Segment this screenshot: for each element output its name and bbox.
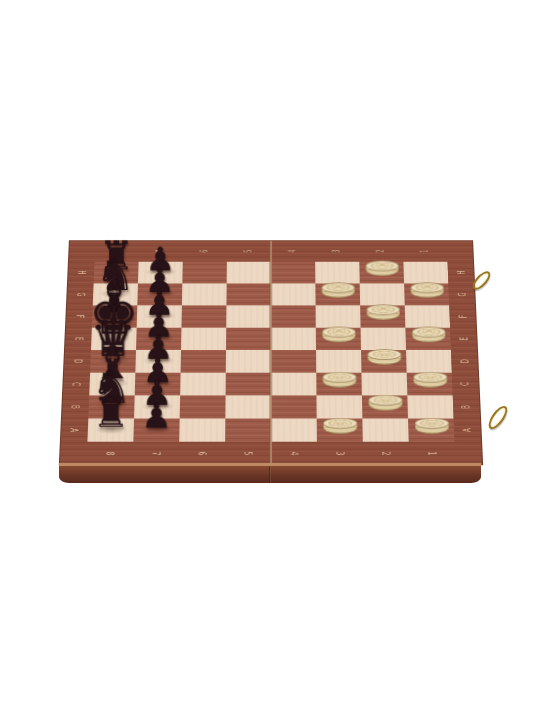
square-a6 bbox=[179, 419, 225, 442]
square-c2 bbox=[361, 373, 407, 396]
checker-piece-a3 bbox=[322, 418, 357, 434]
square-b3 bbox=[316, 395, 362, 418]
rank-label-near-2: 2 bbox=[363, 442, 410, 465]
square-d4 bbox=[271, 350, 316, 373]
checker-piece-c3 bbox=[322, 372, 356, 388]
square-g6 bbox=[182, 283, 227, 305]
file-label-right-B: B bbox=[453, 395, 480, 418]
file-label-right-G: G bbox=[448, 283, 475, 305]
checker-piece-e3 bbox=[321, 327, 355, 343]
square-e6 bbox=[181, 328, 226, 350]
square-h6 bbox=[182, 262, 227, 284]
checker-piece-c1 bbox=[413, 372, 447, 388]
rank-label-far-4: 4 bbox=[271, 241, 315, 262]
square-b4 bbox=[271, 395, 317, 418]
square-a4 bbox=[271, 419, 317, 442]
file-label-right-D: D bbox=[451, 350, 478, 373]
file-label-right-A: A bbox=[454, 419, 481, 442]
square-b6 bbox=[180, 395, 226, 418]
square-h5 bbox=[227, 262, 271, 284]
checker-piece-a1 bbox=[414, 418, 449, 434]
file-label-right-E: E bbox=[450, 328, 477, 350]
rank-label-near-4: 4 bbox=[271, 442, 317, 465]
checker-top bbox=[414, 418, 449, 429]
square-h1 bbox=[403, 262, 448, 284]
rank-label-near-1: 1 bbox=[409, 442, 456, 465]
file-label-right-F: F bbox=[449, 305, 476, 327]
square-b1 bbox=[407, 395, 453, 418]
square-f4 bbox=[271, 305, 316, 327]
checker-piece-d2 bbox=[367, 349, 401, 365]
square-c5 bbox=[226, 373, 271, 396]
square-d6 bbox=[181, 350, 226, 373]
square-a2 bbox=[362, 419, 408, 442]
front-fold-seam bbox=[269, 466, 271, 483]
square-e2 bbox=[361, 328, 406, 350]
rank-label-near-8: 8 bbox=[87, 442, 134, 465]
square-c4 bbox=[271, 373, 316, 396]
checker-piece-g3 bbox=[321, 282, 355, 298]
checker-piece-g1 bbox=[410, 282, 444, 298]
square-a5 bbox=[225, 419, 271, 442]
square-b5 bbox=[225, 395, 271, 418]
board-front-edge bbox=[59, 463, 481, 483]
square-d1 bbox=[406, 350, 452, 373]
file-label-right-H: H bbox=[448, 262, 474, 284]
file-label-left-A: A bbox=[61, 419, 88, 442]
square-f6 bbox=[181, 305, 226, 327]
rank-label-near-5: 5 bbox=[225, 442, 271, 465]
file-label-right-C: C bbox=[452, 373, 479, 396]
rank-label-far-6: 6 bbox=[183, 241, 227, 262]
checker-top bbox=[321, 327, 355, 338]
chess-piece-pawn-a7: ♟ bbox=[134, 361, 180, 432]
checker-top bbox=[413, 372, 447, 383]
rank-label-near-7: 7 bbox=[133, 442, 180, 465]
square-h3 bbox=[315, 262, 360, 284]
square-h4 bbox=[271, 262, 315, 284]
square-e4 bbox=[271, 328, 316, 350]
rank-label-far-5: 5 bbox=[227, 241, 271, 262]
rank-label-near-6: 6 bbox=[179, 442, 225, 465]
square-d3 bbox=[316, 350, 361, 373]
square-e5 bbox=[226, 328, 271, 350]
checker-piece-h2 bbox=[365, 260, 398, 276]
square-f1 bbox=[405, 305, 450, 327]
checker-top bbox=[366, 304, 400, 315]
checker-top bbox=[411, 327, 445, 338]
rank-label-far-2: 2 bbox=[359, 241, 404, 262]
brass-clasp-icon bbox=[486, 403, 511, 432]
checker-top bbox=[410, 282, 444, 293]
checker-piece-b2 bbox=[368, 395, 402, 411]
rank-label-far-3: 3 bbox=[315, 241, 359, 262]
rank-label-near-3: 3 bbox=[317, 442, 363, 465]
board: HHGGFFEEDDCCBBAA8877665544332211♜♞♝♛♚♝♞♜… bbox=[59, 240, 483, 465]
square-g4 bbox=[271, 283, 316, 305]
file-label-left-C: C bbox=[63, 373, 90, 396]
chess-piece-glyph: ♜ bbox=[92, 393, 128, 432]
square-f3 bbox=[316, 305, 361, 327]
square-d5 bbox=[226, 350, 271, 373]
square-c6 bbox=[180, 373, 226, 396]
checker-top bbox=[322, 418, 357, 429]
square-g2 bbox=[360, 283, 405, 305]
rank-label-far-1: 1 bbox=[403, 241, 448, 262]
checker-top bbox=[368, 395, 402, 406]
checker-piece-e1 bbox=[411, 327, 445, 343]
checker-top bbox=[367, 349, 401, 360]
board-fold-seam bbox=[269, 241, 272, 465]
checker-top bbox=[321, 282, 355, 293]
file-label-left-B: B bbox=[62, 395, 89, 418]
square-f5 bbox=[226, 305, 271, 327]
checker-top bbox=[322, 372, 356, 383]
checker-top bbox=[365, 260, 398, 271]
chess-piece-glyph: ♟ bbox=[141, 400, 171, 432]
chess-piece-rook-a8: ♜ bbox=[88, 361, 134, 432]
square-g5 bbox=[226, 283, 271, 305]
product-photo: HHGGFFEEDDCCBBAA8877665544332211♜♞♝♛♚♝♞♜… bbox=[0, 0, 540, 720]
checker-piece-f2 bbox=[366, 304, 400, 320]
